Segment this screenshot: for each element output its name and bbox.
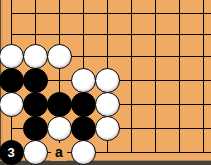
marked-black-stone-3: 3 (0, 140, 24, 165)
white-stone (23, 140, 48, 165)
black-stone (0, 68, 24, 93)
white-stone (71, 68, 96, 93)
grid-vertical-line (203, 0, 204, 153)
black-stone (23, 68, 48, 93)
black-stone (71, 92, 96, 117)
black-stone (47, 92, 72, 117)
white-stone (47, 44, 72, 69)
black-stone (23, 116, 48, 141)
white-stone (71, 140, 96, 165)
white-stone (95, 116, 120, 141)
grid-horizontal-line (11, 13, 211, 14)
black-stone (23, 92, 48, 117)
black-stone (71, 116, 96, 141)
grid-horizontal-line (11, 34, 211, 35)
white-stone (47, 116, 72, 141)
white-stone (95, 92, 120, 117)
white-stone (95, 68, 120, 93)
white-stone (0, 44, 24, 69)
go-board-diagram: 3a (0, 0, 211, 165)
grid-vertical-line (179, 0, 180, 153)
grid-vertical-line (131, 0, 132, 153)
white-stone (0, 92, 24, 117)
point-label-a: a (51, 143, 67, 161)
white-stone (23, 44, 48, 69)
grid-vertical-line (155, 0, 156, 153)
move-number-label: 3 (7, 145, 14, 158)
